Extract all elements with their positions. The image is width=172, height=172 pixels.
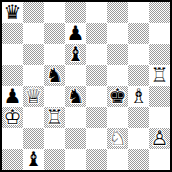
square-c6[interactable]	[44, 44, 65, 65]
square-h3[interactable]	[149, 107, 170, 128]
square-a3[interactable]: ♚♔	[2, 107, 23, 128]
square-f6[interactable]	[107, 44, 128, 65]
square-b7[interactable]	[23, 23, 44, 44]
square-e4[interactable]	[86, 86, 107, 107]
square-a5[interactable]	[2, 65, 23, 86]
square-d7[interactable]: ♟♟	[65, 23, 86, 44]
square-g1[interactable]	[128, 149, 149, 170]
black-pawn-glyph-icon: ♟	[2, 86, 23, 107]
square-h8[interactable]	[149, 2, 170, 23]
piece-black-queen[interactable]: ♛♛	[2, 2, 23, 23]
square-a8[interactable]: ♛♛	[2, 2, 23, 23]
white-rook-glyph-icon: ♖	[44, 107, 65, 128]
square-g7[interactable]	[128, 23, 149, 44]
square-f1[interactable]	[107, 149, 128, 170]
square-d6[interactable]: ♝♝	[65, 44, 86, 65]
square-d2[interactable]	[65, 128, 86, 149]
square-b4[interactable]: ♛♕	[23, 86, 44, 107]
piece-white-rook[interactable]: ♜♖	[149, 65, 170, 86]
square-e7[interactable]	[86, 23, 107, 44]
square-h4[interactable]	[149, 86, 170, 107]
square-c4[interactable]	[44, 86, 65, 107]
square-a1[interactable]	[2, 149, 23, 170]
piece-black-king[interactable]: ♚♚	[107, 86, 128, 107]
square-c8[interactable]	[44, 2, 65, 23]
square-c7[interactable]	[44, 23, 65, 44]
square-g4[interactable]: ♝♗	[128, 86, 149, 107]
square-f7[interactable]	[107, 23, 128, 44]
black-pawn-glyph-icon: ♟	[65, 23, 86, 44]
piece-black-knight[interactable]: ♞♞	[65, 86, 86, 107]
piece-white-knight[interactable]: ♞♘	[107, 128, 128, 149]
piece-black-knight[interactable]: ♞♞	[44, 65, 65, 86]
square-b5[interactable]	[23, 65, 44, 86]
square-a4[interactable]: ♟♟	[2, 86, 23, 107]
chess-board: ♛♛♟♟♝♝♞♞♜♖♟♟♛♕♞♞♚♚♝♗♚♔♜♖♞♘♟♙♝♝	[0, 0, 172, 172]
piece-white-pawn[interactable]: ♟♙	[149, 128, 170, 149]
square-f2[interactable]: ♞♘	[107, 128, 128, 149]
piece-white-queen[interactable]: ♛♕	[23, 86, 44, 107]
square-e5[interactable]	[86, 65, 107, 86]
square-g6[interactable]	[128, 44, 149, 65]
square-g5[interactable]	[128, 65, 149, 86]
square-b6[interactable]	[23, 44, 44, 65]
square-e3[interactable]	[86, 107, 107, 128]
black-bishop-glyph-icon: ♝	[23, 149, 44, 170]
square-h7[interactable]	[149, 23, 170, 44]
square-g8[interactable]	[128, 2, 149, 23]
black-king-glyph-icon: ♚	[107, 86, 128, 107]
square-d4[interactable]: ♞♞	[65, 86, 86, 107]
white-knight-glyph-icon: ♘	[107, 128, 128, 149]
piece-black-pawn[interactable]: ♟♟	[2, 86, 23, 107]
black-bishop-glyph-icon: ♝	[65, 44, 86, 65]
square-c5[interactable]: ♞♞	[44, 65, 65, 86]
piece-white-bishop[interactable]: ♝♗	[128, 86, 149, 107]
square-f5[interactable]	[107, 65, 128, 86]
white-pawn-glyph-icon: ♙	[149, 128, 170, 149]
square-d3[interactable]	[65, 107, 86, 128]
square-a7[interactable]	[2, 23, 23, 44]
white-rook-glyph-icon: ♖	[149, 65, 170, 86]
white-king-glyph-icon: ♔	[2, 107, 23, 128]
square-h2[interactable]: ♟♙	[149, 128, 170, 149]
square-a2[interactable]	[2, 128, 23, 149]
square-e6[interactable]	[86, 44, 107, 65]
piece-white-rook[interactable]: ♜♖	[44, 107, 65, 128]
black-queen-glyph-icon: ♛	[2, 2, 23, 23]
square-b1[interactable]: ♝♝	[23, 149, 44, 170]
square-c1[interactable]	[44, 149, 65, 170]
square-h5[interactable]: ♜♖	[149, 65, 170, 86]
square-a6[interactable]	[2, 44, 23, 65]
square-d8[interactable]	[65, 2, 86, 23]
piece-black-pawn[interactable]: ♟♟	[65, 23, 86, 44]
white-bishop-glyph-icon: ♗	[128, 86, 149, 107]
square-g2[interactable]	[128, 128, 149, 149]
square-h1[interactable]	[149, 149, 170, 170]
piece-white-king[interactable]: ♚♔	[2, 107, 23, 128]
piece-black-bishop[interactable]: ♝♝	[65, 44, 86, 65]
square-h6[interactable]	[149, 44, 170, 65]
piece-black-bishop[interactable]: ♝♝	[23, 149, 44, 170]
square-c3[interactable]: ♜♖	[44, 107, 65, 128]
square-c2[interactable]	[44, 128, 65, 149]
square-e1[interactable]	[86, 149, 107, 170]
square-g3[interactable]	[128, 107, 149, 128]
square-b8[interactable]	[23, 2, 44, 23]
square-f4[interactable]: ♚♚	[107, 86, 128, 107]
square-d5[interactable]	[65, 65, 86, 86]
white-queen-glyph-icon: ♕	[23, 86, 44, 107]
black-knight-glyph-icon: ♞	[44, 65, 65, 86]
square-e2[interactable]	[86, 128, 107, 149]
square-e8[interactable]	[86, 2, 107, 23]
square-f3[interactable]	[107, 107, 128, 128]
square-f8[interactable]	[107, 2, 128, 23]
square-d1[interactable]	[65, 149, 86, 170]
black-knight-glyph-icon: ♞	[65, 86, 86, 107]
square-b3[interactable]	[23, 107, 44, 128]
square-b2[interactable]	[23, 128, 44, 149]
